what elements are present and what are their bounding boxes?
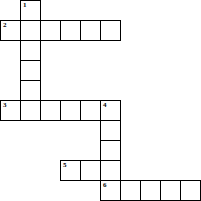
cell-r9c6[interactable] bbox=[120, 180, 141, 201]
clue-number: 3 bbox=[3, 101, 7, 109]
cell-r9c7[interactable] bbox=[140, 180, 161, 201]
cell-r6c5[interactable] bbox=[100, 120, 121, 141]
clue-number: 5 bbox=[63, 161, 67, 169]
cell-r5c3[interactable] bbox=[60, 100, 81, 121]
crossword-grid: 123456 bbox=[0, 0, 201, 201]
cell-r0c1[interactable]: 1 bbox=[20, 0, 41, 21]
cell-r5c5[interactable]: 4 bbox=[100, 100, 121, 121]
cell-r7c5[interactable] bbox=[100, 140, 121, 161]
clue-number: 2 bbox=[3, 21, 7, 29]
crossword-page: 123456 bbox=[0, 0, 201, 201]
cell-r4c1[interactable] bbox=[20, 80, 41, 101]
cell-r9c8[interactable] bbox=[160, 180, 181, 201]
cell-r9c5[interactable]: 6 bbox=[100, 180, 121, 201]
cell-r3c1[interactable] bbox=[20, 60, 41, 81]
clue-number: 1 bbox=[23, 1, 27, 9]
cell-r1c0[interactable]: 2 bbox=[0, 20, 21, 41]
cell-r2c1[interactable] bbox=[20, 40, 41, 61]
cell-r8c5[interactable] bbox=[100, 160, 121, 181]
cell-r9c9[interactable] bbox=[180, 180, 201, 201]
cell-r8c3[interactable]: 5 bbox=[60, 160, 81, 181]
cell-r5c1[interactable] bbox=[20, 100, 41, 121]
cell-r5c2[interactable] bbox=[40, 100, 61, 121]
cell-r5c4[interactable] bbox=[80, 100, 101, 121]
cell-r1c4[interactable] bbox=[80, 20, 101, 41]
cell-r5c0[interactable]: 3 bbox=[0, 100, 21, 121]
cell-r1c1[interactable] bbox=[20, 20, 41, 41]
cell-r1c2[interactable] bbox=[40, 20, 61, 41]
cell-r1c5[interactable] bbox=[100, 20, 121, 41]
cell-r1c3[interactable] bbox=[60, 20, 81, 41]
cell-r8c4[interactable] bbox=[80, 160, 101, 181]
clue-number: 6 bbox=[103, 181, 107, 189]
clue-number: 4 bbox=[103, 101, 107, 109]
